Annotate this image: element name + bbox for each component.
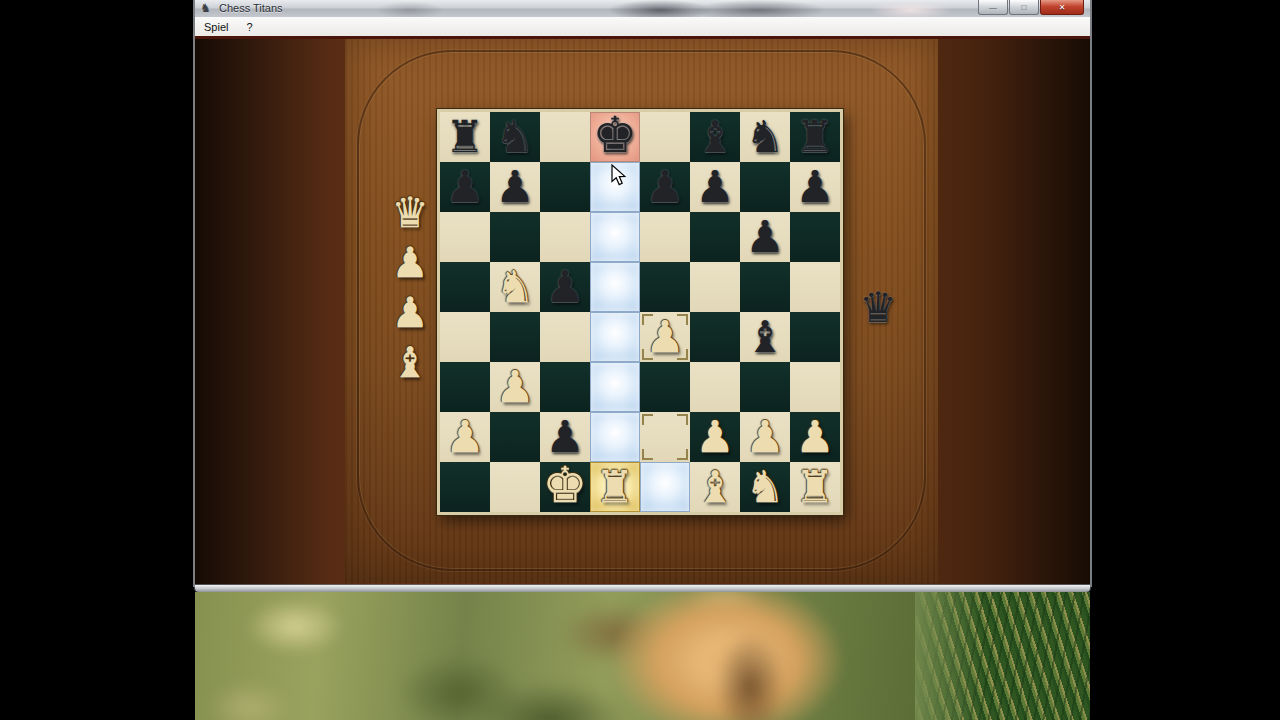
grass-foreground <box>915 592 1090 720</box>
black-pawn: ♟ <box>745 212 784 262</box>
black-knight: ♞ <box>495 112 534 162</box>
maximize-icon: □ <box>1022 3 1027 12</box>
black-knight: ♞ <box>745 112 784 162</box>
white-king: ♚ <box>543 460 588 510</box>
square-a7[interactable]: ♟ <box>440 162 490 212</box>
square-d2[interactable] <box>590 412 640 462</box>
menu-bar: Spiel ? <box>195 17 1090 37</box>
square-e3[interactable] <box>640 362 690 412</box>
square-b2[interactable] <box>490 412 540 462</box>
square-a6[interactable] <box>440 212 490 262</box>
black-pawn: ♟ <box>645 162 684 212</box>
white-pawn: ♟ <box>445 412 484 462</box>
white-pawn-captured: ♟ <box>391 288 429 338</box>
app-icon: ♞ <box>200 1 211 15</box>
minimize-button[interactable]: — <box>978 0 1008 15</box>
square-h7[interactable]: ♟ <box>790 162 840 212</box>
background-video <box>195 592 1090 720</box>
square-h3[interactable] <box>790 362 840 412</box>
title-bar[interactable]: ♞ Chess Titans — □ ✕ <box>195 0 1090 17</box>
square-d8[interactable]: ♚ <box>590 112 640 162</box>
black-queen-captured: ♛ <box>859 283 897 333</box>
square-c1[interactable]: ♚ <box>540 462 590 512</box>
square-f2[interactable]: ♟ <box>690 412 740 462</box>
square-g4[interactable]: ♝ <box>740 312 790 362</box>
square-a3[interactable] <box>440 362 490 412</box>
square-e2[interactable] <box>640 412 690 462</box>
black-bishop: ♝ <box>745 312 784 362</box>
square-e8[interactable] <box>640 112 690 162</box>
square-a2[interactable]: ♟ <box>440 412 490 462</box>
window-title: Chess Titans <box>219 2 283 14</box>
maximize-button[interactable]: □ <box>1009 0 1039 15</box>
black-bishop: ♝ <box>695 112 734 162</box>
white-knight: ♞ <box>745 462 784 512</box>
white-bishop: ♝ <box>695 462 734 512</box>
square-h6[interactable] <box>790 212 840 262</box>
minimize-icon: — <box>989 3 997 12</box>
menu-help[interactable]: ? <box>237 21 261 33</box>
square-a8[interactable]: ♜ <box>440 112 490 162</box>
square-c8[interactable] <box>540 112 590 162</box>
black-king: ♚ <box>593 110 638 160</box>
menu-spiel[interactable]: Spiel <box>195 21 237 33</box>
white-pawn: ♟ <box>745 412 784 462</box>
square-f5[interactable] <box>690 262 740 312</box>
square-h4[interactable] <box>790 312 840 362</box>
square-h5[interactable] <box>790 262 840 312</box>
window-buttons: — □ ✕ <box>978 0 1084 15</box>
square-c5[interactable]: ♟ <box>540 262 590 312</box>
square-d1[interactable]: ♜ <box>590 462 640 512</box>
white-pawn: ♟ <box>795 412 834 462</box>
square-e7[interactable]: ♟ <box>640 162 690 212</box>
board-frame: ♜♞♚♝♞♜♟♟♟♟♟♟♞♟♟♝♟♟♟♟♟♟♚♜♝♞♜ <box>437 109 843 515</box>
chess-board: ♜♞♚♝♞♜♟♟♟♟♟♟♞♟♟♝♟♟♟♟♟♟♚♜♝♞♜ <box>440 112 840 512</box>
captured-black-tray: ♛ <box>843 283 913 333</box>
square-c6[interactable] <box>540 212 590 262</box>
square-g5[interactable] <box>740 262 790 312</box>
white-pawn: ♟ <box>495 362 534 412</box>
square-f7[interactable]: ♟ <box>690 162 740 212</box>
square-h2[interactable]: ♟ <box>790 412 840 462</box>
square-f8[interactable]: ♝ <box>690 112 740 162</box>
square-b5[interactable]: ♞ <box>490 262 540 312</box>
black-pawn: ♟ <box>445 162 484 212</box>
square-b6[interactable] <box>490 212 540 262</box>
square-a1[interactable] <box>440 462 490 512</box>
square-h8[interactable]: ♜ <box>790 112 840 162</box>
square-c2[interactable]: ♟ <box>540 412 590 462</box>
white-queen-captured: ♛ <box>391 188 429 238</box>
square-g6[interactable]: ♟ <box>740 212 790 262</box>
square-e6[interactable] <box>640 212 690 262</box>
close-button[interactable]: ✕ <box>1040 0 1084 15</box>
square-f1[interactable]: ♝ <box>690 462 740 512</box>
square-f3[interactable] <box>690 362 740 412</box>
square-a5[interactable] <box>440 262 490 312</box>
black-pawn: ♟ <box>695 162 734 212</box>
square-d4[interactable] <box>590 312 640 362</box>
square-c7[interactable] <box>540 162 590 212</box>
square-b1[interactable] <box>490 462 540 512</box>
square-c3[interactable] <box>540 362 590 412</box>
white-pawn: ♟ <box>695 412 734 462</box>
white-pawn-captured: ♟ <box>391 238 429 288</box>
black-rook: ♜ <box>795 112 834 162</box>
square-g3[interactable] <box>740 362 790 412</box>
close-icon: ✕ <box>1059 3 1066 12</box>
square-f6[interactable] <box>690 212 740 262</box>
square-d5[interactable] <box>590 262 640 312</box>
square-a4[interactable] <box>440 312 490 362</box>
square-b8[interactable]: ♞ <box>490 112 540 162</box>
square-g8[interactable]: ♞ <box>740 112 790 162</box>
chess-titans-window: ♞ Chess Titans — □ ✕ Spiel ? ♛♟♟ <box>195 0 1090 585</box>
black-rook: ♜ <box>445 112 484 162</box>
screen: ♞ Chess Titans — □ ✕ Spiel ? ♛♟♟ <box>0 0 1280 720</box>
game-area: ♛♟♟♝ ♛ ♜♞♚♝♞♜♟♟♟♟♟♟♞♟♟♝♟♟♟♟♟♟♚♜♝♞♜ <box>195 36 1090 585</box>
black-pawn: ♟ <box>545 262 584 312</box>
square-b3[interactable]: ♟ <box>490 362 540 412</box>
square-f4[interactable] <box>690 312 740 362</box>
square-d6[interactable] <box>590 212 640 262</box>
white-rook: ♜ <box>595 462 634 512</box>
square-b4[interactable] <box>490 312 540 362</box>
square-c4[interactable] <box>540 312 590 362</box>
square-b7[interactable]: ♟ <box>490 162 540 212</box>
black-pawn: ♟ <box>495 162 534 212</box>
square-h1[interactable]: ♜ <box>790 462 840 512</box>
mouse-cursor <box>611 164 628 188</box>
white-rook: ♜ <box>795 462 834 512</box>
captured-white-tray: ♛♟♟♝ <box>375 188 445 388</box>
square-g2[interactable]: ♟ <box>740 412 790 462</box>
white-bishop-captured: ♝ <box>391 338 429 388</box>
square-e4[interactable]: ♟ <box>640 312 690 362</box>
black-pawn: ♟ <box>795 162 834 212</box>
square-d3[interactable] <box>590 362 640 412</box>
window-bottom-edge <box>195 585 1090 592</box>
white-pawn: ♟ <box>645 312 684 362</box>
white-knight: ♞ <box>495 262 534 312</box>
square-g1[interactable]: ♞ <box>740 462 790 512</box>
square-e1[interactable] <box>640 462 690 512</box>
square-e5[interactable] <box>640 262 690 312</box>
square-g7[interactable] <box>740 162 790 212</box>
black-pawn: ♟ <box>545 412 584 462</box>
